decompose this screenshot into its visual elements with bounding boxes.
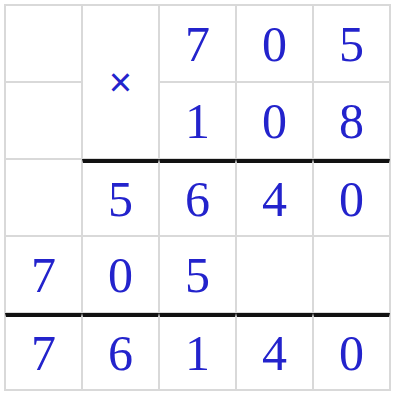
cell-r5c1: 7 xyxy=(5,313,82,390)
cell-r2c3: 1 xyxy=(159,82,236,159)
cell-r5c5: 0 xyxy=(313,313,390,390)
cell-r2c5: 8 xyxy=(313,82,390,159)
cell-r4c3: 5 xyxy=(159,236,236,313)
cell-r5c4: 4 xyxy=(236,313,313,390)
cell-r5c2: 6 xyxy=(82,313,159,390)
cell-r1c5: 5 xyxy=(313,5,390,82)
cell-r5c3: 1 xyxy=(159,313,236,390)
cell-r4c2: 0 xyxy=(82,236,159,313)
cell-r4c1: 7 xyxy=(5,236,82,313)
cell-r3c1 xyxy=(5,159,82,236)
cell-r1c4: 0 xyxy=(236,5,313,82)
multiply-operator: × xyxy=(82,5,159,159)
cell-r4c5 xyxy=(313,236,390,313)
long-multiplication-grid: × 7 0 5 1 0 8 5 6 4 0 7 0 5 7 6 1 4 0 xyxy=(4,4,391,391)
cell-r3c3: 6 xyxy=(159,159,236,236)
cell-r3c5: 0 xyxy=(313,159,390,236)
cell-r2c1 xyxy=(5,82,82,159)
cell-r4c4 xyxy=(236,236,313,313)
cell-r2c4: 0 xyxy=(236,82,313,159)
cell-r3c2: 5 xyxy=(82,159,159,236)
cell-r1c1 xyxy=(5,5,82,82)
cell-r1c3: 7 xyxy=(159,5,236,82)
cell-r3c4: 4 xyxy=(236,159,313,236)
